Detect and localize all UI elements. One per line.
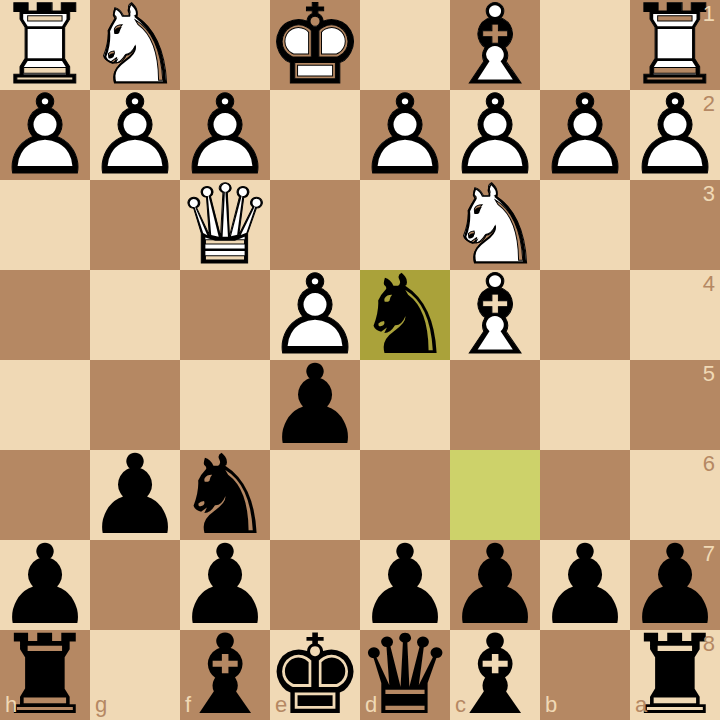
square-g6[interactable]: ♟ bbox=[90, 450, 180, 540]
square-a2[interactable]: ♟♙2 bbox=[630, 90, 720, 180]
square-d8[interactable]: ♛d bbox=[360, 630, 450, 720]
piece-black-rook[interactable]: ♜ bbox=[630, 630, 720, 720]
piece-black-bishop[interactable]: ♝ bbox=[450, 630, 540, 720]
square-c4[interactable]: ♝♗ bbox=[450, 270, 540, 360]
square-e5[interactable]: ♟ bbox=[270, 360, 360, 450]
piece-white-pawn[interactable]: ♟♙ bbox=[0, 90, 90, 180]
rank-label-5: 5 bbox=[703, 361, 715, 387]
square-h2[interactable]: ♟♙ bbox=[0, 90, 90, 180]
chess-board: ♜♖♞♘♚♔♝♗♜♖1♟♙♟♙♟♙♟♙♟♙♟♙♟♙2♛♕♞♘3♟♙♞♝♗4♟5♟… bbox=[0, 0, 720, 720]
square-h8[interactable]: ♜h bbox=[0, 630, 90, 720]
square-b7[interactable]: ♟ bbox=[540, 540, 630, 630]
piece-black-pawn[interactable]: ♟ bbox=[270, 360, 360, 450]
square-a4[interactable]: 4 bbox=[630, 270, 720, 360]
square-h4[interactable] bbox=[0, 270, 90, 360]
rank-label-6: 6 bbox=[703, 451, 715, 477]
rank-label-4: 4 bbox=[703, 271, 715, 297]
piece-white-pawn[interactable]: ♟♙ bbox=[540, 90, 630, 180]
piece-white-king[interactable]: ♚♔ bbox=[270, 0, 360, 90]
square-e8[interactable]: ♚e bbox=[270, 630, 360, 720]
piece-black-queen[interactable]: ♛ bbox=[360, 630, 450, 720]
piece-black-rook[interactable]: ♜ bbox=[0, 630, 90, 720]
square-b4[interactable] bbox=[540, 270, 630, 360]
piece-black-knight[interactable]: ♞ bbox=[360, 270, 450, 360]
file-label-b: b bbox=[545, 692, 557, 718]
file-label-g: g bbox=[95, 692, 107, 718]
piece-white-pawn[interactable]: ♟♙ bbox=[630, 90, 720, 180]
square-d4[interactable]: ♞ bbox=[360, 270, 450, 360]
square-b5[interactable] bbox=[540, 360, 630, 450]
piece-white-pawn[interactable]: ♟♙ bbox=[90, 90, 180, 180]
square-g4[interactable] bbox=[90, 270, 180, 360]
piece-white-pawn[interactable]: ♟♙ bbox=[360, 90, 450, 180]
square-h5[interactable] bbox=[0, 360, 90, 450]
square-g8[interactable]: g bbox=[90, 630, 180, 720]
square-d2[interactable]: ♟♙ bbox=[360, 90, 450, 180]
piece-white-bishop[interactable]: ♝♗ bbox=[450, 270, 540, 360]
square-b2[interactable]: ♟♙ bbox=[540, 90, 630, 180]
square-a5[interactable]: 5 bbox=[630, 360, 720, 450]
square-f3[interactable]: ♛♕ bbox=[180, 180, 270, 270]
square-c8[interactable]: ♝c bbox=[450, 630, 540, 720]
square-e1[interactable]: ♚♔ bbox=[270, 0, 360, 90]
square-a8[interactable]: ♜8a bbox=[630, 630, 720, 720]
square-f8[interactable]: ♝f bbox=[180, 630, 270, 720]
piece-black-bishop[interactable]: ♝ bbox=[180, 630, 270, 720]
piece-black-pawn[interactable]: ♟ bbox=[540, 540, 630, 630]
piece-black-pawn[interactable]: ♟ bbox=[90, 450, 180, 540]
piece-black-king[interactable]: ♚ bbox=[270, 630, 360, 720]
piece-white-queen[interactable]: ♛♕ bbox=[180, 180, 270, 270]
square-g2[interactable]: ♟♙ bbox=[90, 90, 180, 180]
